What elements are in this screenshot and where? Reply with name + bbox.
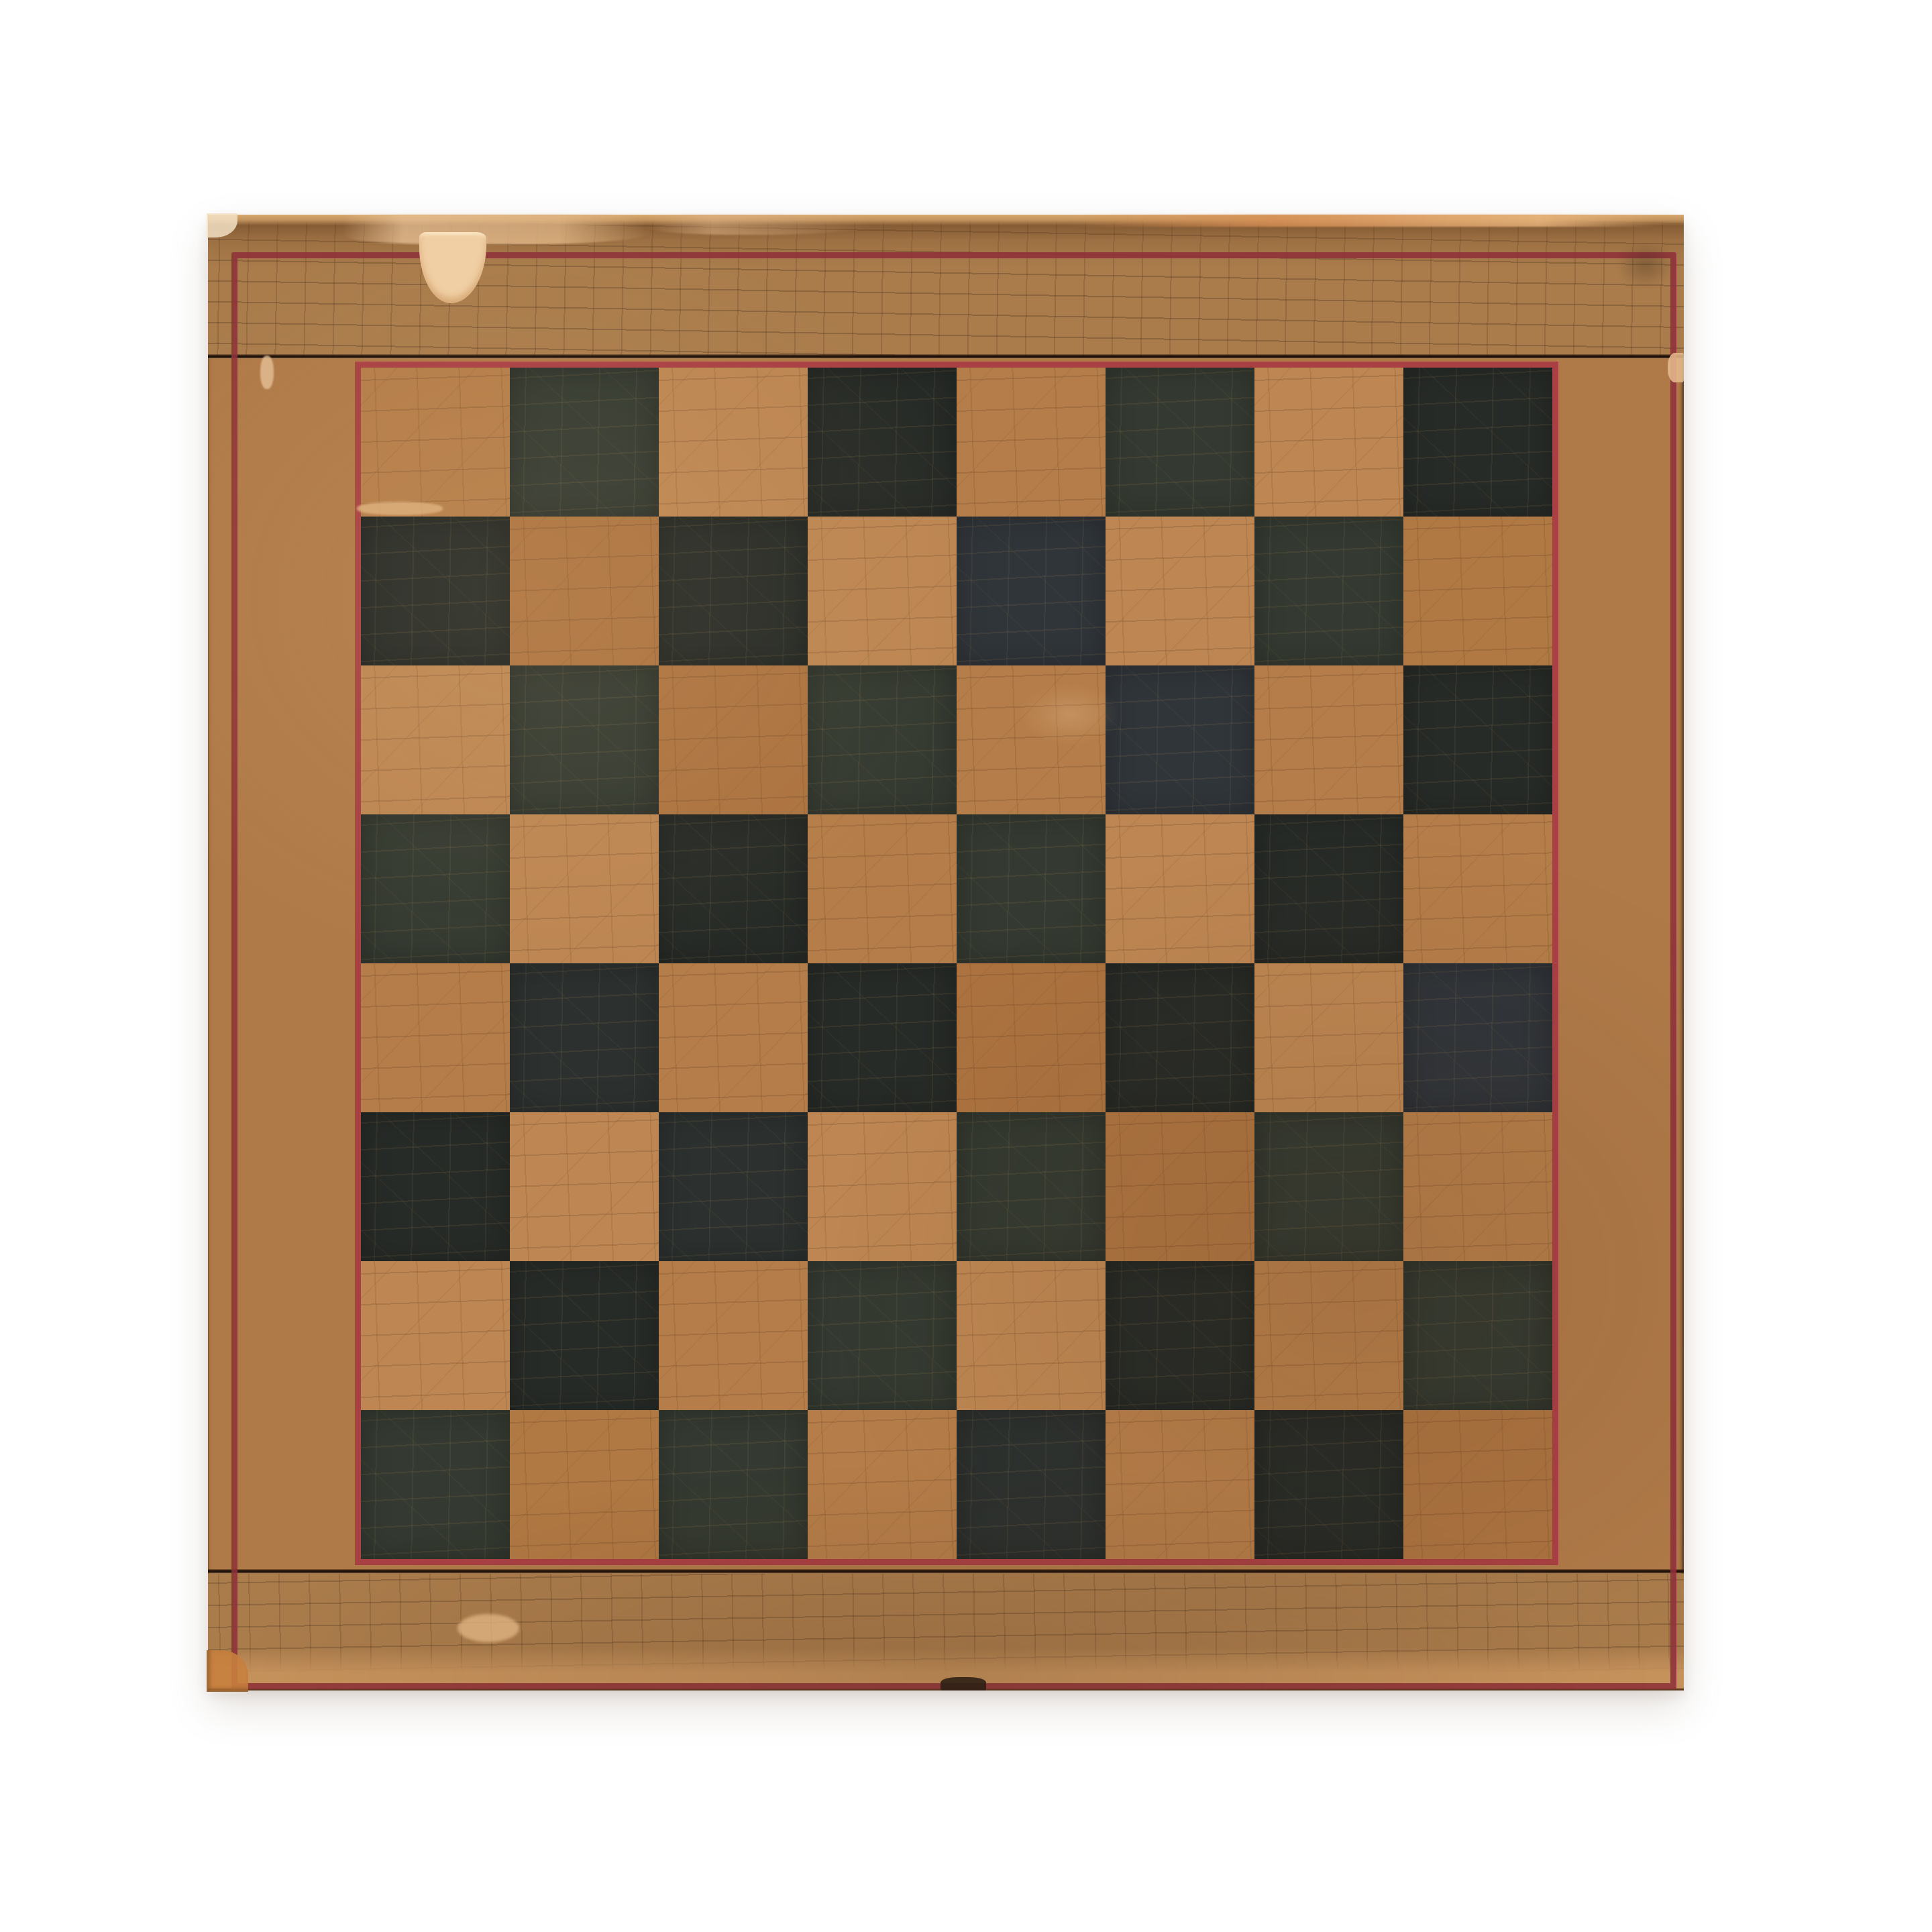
square-e5 bbox=[957, 814, 1106, 963]
square-h2 bbox=[1403, 1261, 1552, 1410]
square-a4 bbox=[361, 963, 510, 1112]
board-grid bbox=[361, 368, 1552, 1559]
square-b6 bbox=[510, 665, 659, 814]
square-c3 bbox=[659, 1112, 808, 1261]
square-f1 bbox=[1106, 1410, 1254, 1559]
square-e2 bbox=[957, 1261, 1106, 1410]
square-e6 bbox=[957, 665, 1106, 814]
square-e3 bbox=[957, 1112, 1106, 1261]
square-d7 bbox=[808, 517, 957, 665]
square-f7 bbox=[1106, 517, 1254, 665]
square-d4 bbox=[808, 963, 957, 1112]
square-a7 bbox=[361, 517, 510, 665]
square-d5 bbox=[808, 814, 957, 963]
square-g8 bbox=[1254, 368, 1403, 517]
square-c2 bbox=[659, 1261, 808, 1410]
chip-left-edge bbox=[260, 356, 274, 389]
breadboard-seam-bottom bbox=[208, 1569, 1684, 1574]
breadboard-rail-top bbox=[208, 215, 1684, 357]
photo-background bbox=[0, 0, 1932, 1932]
breadboard-seam-top bbox=[208, 354, 1684, 359]
square-a1 bbox=[361, 1410, 510, 1559]
square-g5 bbox=[1254, 814, 1403, 963]
square-g2 bbox=[1254, 1261, 1403, 1410]
square-c6 bbox=[659, 665, 808, 814]
square-a6 bbox=[361, 665, 510, 814]
square-b4 bbox=[510, 963, 659, 1112]
square-e8 bbox=[957, 368, 1106, 517]
square-b7 bbox=[510, 517, 659, 665]
square-c7 bbox=[659, 517, 808, 665]
square-e4 bbox=[957, 963, 1106, 1112]
square-c1 bbox=[659, 1410, 808, 1559]
square-g1 bbox=[1254, 1410, 1403, 1559]
square-f5 bbox=[1106, 814, 1254, 963]
square-g3 bbox=[1254, 1112, 1403, 1261]
square-b2 bbox=[510, 1261, 659, 1410]
square-d8 bbox=[808, 368, 957, 517]
checkers-board bbox=[208, 215, 1684, 1690]
square-h5 bbox=[1403, 814, 1552, 963]
square-e7 bbox=[957, 517, 1106, 665]
square-g6 bbox=[1254, 665, 1403, 814]
square-b1 bbox=[510, 1410, 659, 1559]
square-g4 bbox=[1254, 963, 1403, 1112]
square-h8 bbox=[1403, 368, 1552, 517]
square-f8 bbox=[1106, 368, 1254, 517]
square-f3 bbox=[1106, 1112, 1254, 1261]
square-d3 bbox=[808, 1112, 957, 1261]
square-h7 bbox=[1403, 517, 1552, 665]
square-b5 bbox=[510, 814, 659, 963]
square-c8 bbox=[659, 368, 808, 517]
square-d1 bbox=[808, 1410, 957, 1559]
square-c4 bbox=[659, 963, 808, 1112]
square-c5 bbox=[659, 814, 808, 963]
square-a8 bbox=[361, 368, 510, 517]
square-h4 bbox=[1403, 963, 1552, 1112]
breadboard-rail-bottom bbox=[208, 1574, 1684, 1690]
square-g7 bbox=[1254, 517, 1403, 665]
square-f4 bbox=[1106, 963, 1254, 1112]
square-h1 bbox=[1403, 1410, 1552, 1559]
square-d6 bbox=[808, 665, 957, 814]
square-h6 bbox=[1403, 665, 1552, 814]
square-a3 bbox=[361, 1112, 510, 1261]
square-b3 bbox=[510, 1112, 659, 1261]
square-f2 bbox=[1106, 1261, 1254, 1410]
square-e1 bbox=[957, 1410, 1106, 1559]
square-d2 bbox=[808, 1261, 957, 1410]
square-a5 bbox=[361, 814, 510, 963]
square-b8 bbox=[510, 368, 659, 517]
square-f6 bbox=[1106, 665, 1254, 814]
square-h3 bbox=[1403, 1112, 1552, 1261]
square-a2 bbox=[361, 1261, 510, 1410]
